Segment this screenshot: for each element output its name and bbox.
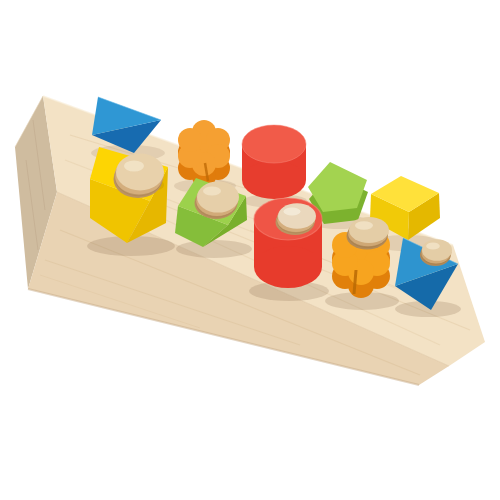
back-orange-flower-nut <box>178 120 230 188</box>
back-red-cylinder-block <box>242 125 306 199</box>
front-red-cylinder-nut-with-screw <box>254 198 322 288</box>
toy-photo-svg <box>0 0 500 500</box>
product-photo <box>0 0 500 500</box>
